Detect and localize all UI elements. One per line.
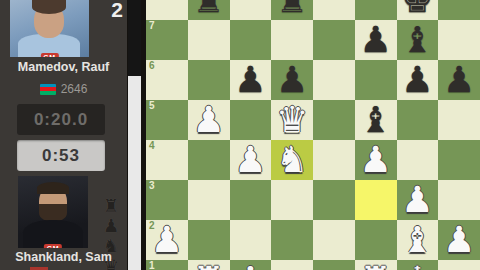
- piece-black-p-g6[interactable]: ♟: [401, 60, 433, 100]
- top-player-clock: 0:20.0: [17, 104, 105, 135]
- piece-black-p-f7[interactable]: ♟: [359, 20, 391, 60]
- rank-label-5: 5: [149, 101, 155, 111]
- square-g6[interactable]: ♟: [397, 60, 439, 100]
- piece-white-q-d5[interactable]: ♛: [276, 100, 308, 140]
- photo-hair: [37, 182, 69, 194]
- square-g5[interactable]: [397, 100, 439, 140]
- piece-white-k-g1[interactable]: ♚: [401, 260, 433, 270]
- square-e7[interactable]: [313, 20, 355, 60]
- square-f2[interactable]: [355, 220, 397, 260]
- captured-rook-icon: ♜: [103, 196, 119, 216]
- square-e3[interactable]: [313, 180, 355, 220]
- square-g8[interactable]: ♚: [397, 0, 439, 20]
- square-c3[interactable]: [230, 180, 272, 220]
- piece-white-p-f4[interactable]: ♟: [359, 140, 391, 180]
- square-g1[interactable]: ♚: [397, 260, 439, 270]
- square-d3[interactable]: [271, 180, 313, 220]
- piece-black-p-d6[interactable]: ♟: [276, 60, 308, 100]
- square-g3[interactable]: ♟: [397, 180, 439, 220]
- square-h2[interactable]: ♟: [438, 220, 480, 260]
- piece-black-r-b8[interactable]: ♜: [192, 0, 224, 20]
- gm-title-badge: GM: [44, 244, 62, 248]
- top-player-rating: 2646: [61, 82, 88, 96]
- piece-black-b-g7[interactable]: ♝: [401, 20, 433, 60]
- piece-black-p-c6[interactable]: ♟: [234, 60, 266, 100]
- piece-white-n-d4[interactable]: ♞: [276, 140, 308, 180]
- square-b2[interactable]: [188, 220, 230, 260]
- square-b3[interactable]: [188, 180, 230, 220]
- bottom-player-name: Shankland, Sam: [0, 250, 127, 264]
- piece-white-r-b1[interactable]: ♜: [192, 260, 224, 270]
- square-f3[interactable]: [355, 180, 397, 220]
- square-f5[interactable]: ♝: [355, 100, 397, 140]
- square-g2[interactable]: ♝: [397, 220, 439, 260]
- square-f8[interactable]: [355, 0, 397, 20]
- square-c7[interactable]: [230, 20, 272, 60]
- square-c8[interactable]: [230, 0, 272, 20]
- evaluation-bar-white-share: [128, 76, 141, 270]
- square-h4[interactable]: [438, 140, 480, 180]
- square-b7[interactable]: [188, 20, 230, 60]
- square-a2[interactable]: 2♟: [146, 220, 188, 260]
- rank-label-6: 6: [149, 61, 155, 71]
- captured-pawn-icon: ♟: [103, 216, 119, 236]
- square-d8[interactable]: ♜: [271, 0, 313, 20]
- square-b6[interactable]: [188, 60, 230, 100]
- piece-white-p-g3[interactable]: ♟: [401, 180, 433, 220]
- top-player-photo: GM: [10, 0, 89, 57]
- square-h6[interactable]: ♟: [438, 60, 480, 100]
- piece-black-b-f5[interactable]: ♝: [359, 100, 391, 140]
- square-a1[interactable]: 1: [146, 260, 188, 270]
- square-c5[interactable]: [230, 100, 272, 140]
- match-score: 2: [111, 0, 123, 22]
- square-a6[interactable]: 6: [146, 60, 188, 100]
- square-a4[interactable]: 4: [146, 140, 188, 180]
- square-d5[interactable]: ♛: [271, 100, 313, 140]
- piece-white-p-h2[interactable]: ♟: [443, 220, 475, 260]
- rank-label-7: 7: [149, 21, 155, 31]
- square-c1[interactable]: ♝: [230, 260, 272, 270]
- square-e8[interactable]: [313, 0, 355, 20]
- square-a8[interactable]: 8: [146, 0, 188, 20]
- square-g7[interactable]: ♝: [397, 20, 439, 60]
- top-player-name: Mamedov, Rauf: [0, 60, 127, 74]
- square-e1[interactable]: [313, 260, 355, 270]
- square-g4[interactable]: [397, 140, 439, 180]
- piece-white-b-g2[interactable]: ♝: [401, 220, 433, 260]
- gm-title-badge: GM: [40, 53, 58, 57]
- square-f7[interactable]: ♟: [355, 20, 397, 60]
- square-h7[interactable]: [438, 20, 480, 60]
- square-b1[interactable]: ♜: [188, 260, 230, 270]
- square-e2[interactable]: [313, 220, 355, 260]
- square-c2[interactable]: [230, 220, 272, 260]
- piece-black-p-h6[interactable]: ♟: [443, 60, 475, 100]
- piece-white-p-c4[interactable]: ♟: [234, 140, 266, 180]
- square-f4[interactable]: ♟: [355, 140, 397, 180]
- square-h3[interactable]: [438, 180, 480, 220]
- evaluation-bar: [128, 0, 141, 270]
- piece-white-p-a2[interactable]: ♟: [151, 220, 183, 260]
- square-h5[interactable]: [438, 100, 480, 140]
- square-b4[interactable]: [188, 140, 230, 180]
- azerbaijan-flag-icon: [40, 84, 56, 95]
- player-sidebar: GM 2 Mamedov, Rauf 2646 0:20.0 0:53 GM ♜…: [0, 0, 127, 270]
- square-b5[interactable]: ♟: [188, 100, 230, 140]
- square-d1[interactable]: [271, 260, 313, 270]
- top-player-rating-row: 2646: [0, 82, 127, 96]
- square-d7[interactable]: [271, 20, 313, 60]
- bottom-player-clock: 0:53: [17, 140, 105, 171]
- chess-board[interactable]: 8♜♜♚7♟♝6♟♟♟♟5♟♛♝4♟♞♟3♟2♟♝♟1♜♝♜♚: [146, 0, 480, 270]
- square-c4[interactable]: ♟: [230, 140, 272, 180]
- piece-white-b-c1[interactable]: ♝: [234, 260, 266, 270]
- rank-label-3: 3: [149, 181, 155, 191]
- square-h8[interactable]: [438, 0, 480, 20]
- square-c6[interactable]: ♟: [230, 60, 272, 100]
- square-a3[interactable]: 3: [146, 180, 188, 220]
- square-a5[interactable]: 5: [146, 100, 188, 140]
- square-d2[interactable]: [271, 220, 313, 260]
- square-d4[interactable]: ♞: [271, 140, 313, 180]
- square-d6[interactable]: ♟: [271, 60, 313, 100]
- rank-label-2: 2: [149, 221, 155, 231]
- square-h1[interactable]: [438, 260, 480, 270]
- square-e5[interactable]: [313, 100, 355, 140]
- square-a7[interactable]: 7: [146, 20, 188, 60]
- photo-hair: [32, 0, 66, 14]
- square-f6[interactable]: [355, 60, 397, 100]
- piece-white-r-f1[interactable]: ♜: [359, 260, 391, 270]
- square-b8[interactable]: ♜: [188, 0, 230, 20]
- piece-black-k-g8[interactable]: ♚: [401, 0, 433, 20]
- bottom-player-photo: GM: [18, 176, 88, 248]
- rank-label-1: 1: [149, 261, 155, 270]
- square-e6[interactable]: [313, 60, 355, 100]
- square-f1[interactable]: ♜: [355, 260, 397, 270]
- piece-black-r-d8[interactable]: ♜: [276, 0, 308, 20]
- square-e4[interactable]: [313, 140, 355, 180]
- piece-white-p-b5[interactable]: ♟: [192, 100, 224, 140]
- rank-label-4: 4: [149, 141, 155, 151]
